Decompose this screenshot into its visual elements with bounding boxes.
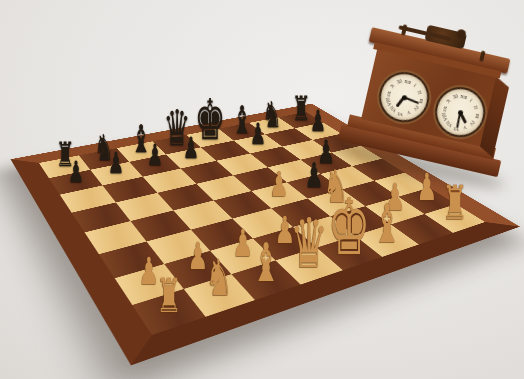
chess-piece-white-king[interactable]: ♚: [328, 188, 371, 266]
chess-piece-white-pawn[interactable]: ♟: [417, 170, 438, 207]
dial-numeral: I: [413, 83, 418, 88]
chess-piece-white-bishop[interactable]: ♝: [251, 236, 280, 289]
dial-numeral: XI: [396, 78, 403, 84]
chess-piece-white-pawn[interactable]: ♟: [270, 167, 289, 201]
dial-numeral: XII: [404, 78, 412, 84]
dial-numeral: X: [445, 98, 451, 104]
dial-numeral: IX: [441, 105, 447, 111]
dial-numeral: III: [473, 113, 479, 119]
chess-piece-black-pawn[interactable]: ♟: [305, 158, 324, 192]
chess-piece-white-bishop[interactable]: ♝: [372, 197, 401, 250]
chess-piece-white-knight[interactable]: ♞: [205, 254, 233, 304]
chess-piece-black-pawn[interactable]: ♟: [250, 119, 266, 149]
chess-piece-black-pawn[interactable]: ♟: [147, 141, 163, 171]
chess-piece-white-pawn[interactable]: ♟: [232, 225, 253, 262]
chess-piece-black-pawn[interactable]: ♟: [67, 158, 83, 188]
dial-numeral: VI: [397, 110, 403, 116]
chess-piece-black-pawn[interactable]: ♟: [108, 149, 124, 179]
dial-numeral: IV: [413, 105, 420, 112]
chess-piece-white-queen[interactable]: ♛: [290, 209, 328, 278]
dial-numeral: XI: [452, 93, 459, 99]
dial-numeral: I: [469, 98, 474, 103]
dial-numeral: V: [463, 125, 468, 131]
dial-numeral: X: [389, 83, 395, 89]
dial-numeral: II: [417, 90, 423, 95]
dial-numeral: XII: [460, 93, 468, 99]
chess-piece-white-rook[interactable]: ♜: [441, 180, 467, 227]
dial-numeral: II: [473, 105, 479, 110]
chess-piece-black-pawn[interactable]: ♟: [310, 107, 326, 137]
chess-piece-black-pawn[interactable]: ♟: [183, 133, 199, 163]
dial-numeral: VIII: [441, 112, 448, 122]
chess-piece-white-rook[interactable]: ♜: [156, 273, 182, 320]
dial-numeral: III: [417, 98, 423, 104]
studio-backdrop: XIIIIIIIIIVVVIVIIVIIIIXXXI XIIIIIIIIIVVV…: [0, 0, 524, 379]
dial-numeral: V: [406, 110, 411, 116]
chess-piece-black-rook[interactable]: ♜: [291, 92, 310, 126]
dial-numeral: VI: [453, 125, 459, 131]
dial-numeral: VII: [445, 120, 453, 128]
dial-numeral: IV: [469, 120, 476, 127]
dial-numeral: IX: [385, 90, 391, 96]
dial-numeral: VIII: [385, 97, 392, 107]
